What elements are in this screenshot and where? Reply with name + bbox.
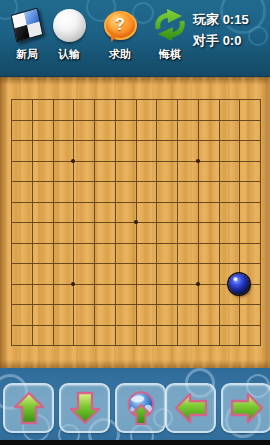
board-cell[interactable] xyxy=(54,100,75,121)
opponent-clock: 对手 0:0 xyxy=(193,30,249,51)
resign-label: 认输 xyxy=(46,47,92,62)
board-cell[interactable] xyxy=(95,305,116,326)
globe-up-arrow-icon xyxy=(123,390,159,426)
board-cell[interactable] xyxy=(33,203,54,224)
board-cell[interactable] xyxy=(74,285,95,306)
board-cell[interactable] xyxy=(178,305,199,326)
board-cell[interactable] xyxy=(220,223,241,244)
undo-label: 悔棋 xyxy=(147,47,193,62)
board-cell[interactable] xyxy=(33,182,54,203)
board-cell[interactable] xyxy=(74,203,95,224)
board-cell[interactable] xyxy=(240,223,261,244)
board-cell[interactable] xyxy=(220,305,241,326)
board-cell[interactable] xyxy=(12,182,33,203)
board-cell[interactable] xyxy=(157,244,178,265)
board-cell[interactable] xyxy=(178,326,199,347)
board-cell[interactable] xyxy=(54,141,75,162)
board-cell[interactable] xyxy=(157,141,178,162)
board-cell[interactable] xyxy=(95,100,116,121)
board-cell[interactable] xyxy=(116,305,137,326)
board-cell[interactable] xyxy=(12,162,33,183)
board-cell[interactable] xyxy=(178,264,199,285)
board-cell[interactable] xyxy=(240,203,261,224)
board-cell[interactable] xyxy=(116,141,137,162)
board-cell[interactable] xyxy=(137,182,158,203)
up-arrow-icon xyxy=(11,390,47,426)
board-cell[interactable] xyxy=(199,244,220,265)
board-cell[interactable] xyxy=(74,223,95,244)
board-cell[interactable] xyxy=(137,141,158,162)
board-cell[interactable] xyxy=(12,264,33,285)
board-cell[interactable] xyxy=(137,264,158,285)
board-cell[interactable] xyxy=(157,264,178,285)
board-cell[interactable] xyxy=(33,100,54,121)
board-cell[interactable] xyxy=(157,162,178,183)
board-cell[interactable] xyxy=(137,244,158,265)
help-button[interactable]: ? 求助 xyxy=(97,5,143,62)
board-cell[interactable] xyxy=(74,121,95,142)
board-cell[interactable] xyxy=(240,100,261,121)
board-cell[interactable] xyxy=(33,264,54,285)
board-cell[interactable] xyxy=(178,244,199,265)
board-cell[interactable] xyxy=(33,223,54,244)
board-cell[interactable] xyxy=(199,100,220,121)
board-cell[interactable] xyxy=(12,326,33,347)
opponent-clock-time: 0:0 xyxy=(223,33,242,48)
board-cell[interactable] xyxy=(220,244,241,265)
board-cell[interactable] xyxy=(240,182,261,203)
board-cell[interactable] xyxy=(116,121,137,142)
board-cell[interactable] xyxy=(137,285,158,306)
board-cell[interactable] xyxy=(54,244,75,265)
board-cell[interactable] xyxy=(137,121,158,142)
resign-button[interactable]: 认输 xyxy=(46,5,92,62)
board-cell[interactable] xyxy=(54,203,75,224)
board-cell[interactable] xyxy=(178,182,199,203)
board-cell[interactable] xyxy=(220,203,241,224)
board-cell[interactable] xyxy=(54,285,75,306)
player-clock: 玩家 0:15 xyxy=(193,9,249,30)
board-cell[interactable] xyxy=(240,264,261,285)
board-cell[interactable] xyxy=(12,285,33,306)
board-cell[interactable] xyxy=(199,162,220,183)
board-cell[interactable] xyxy=(33,244,54,265)
new-game-label: 新局 xyxy=(4,47,50,62)
board-cell[interactable] xyxy=(199,203,220,224)
board-cell[interactable] xyxy=(199,223,220,244)
board-cell[interactable] xyxy=(220,141,241,162)
board-cell[interactable] xyxy=(220,121,241,142)
board-cell[interactable] xyxy=(54,326,75,347)
board-cell[interactable] xyxy=(178,162,199,183)
white-stone-icon xyxy=(53,9,86,42)
board-cell[interactable] xyxy=(74,305,95,326)
board-cell[interactable] xyxy=(116,223,137,244)
board-cell[interactable] xyxy=(137,203,158,224)
board-cell[interactable] xyxy=(220,162,241,183)
board-cell[interactable] xyxy=(33,326,54,347)
board-cell[interactable] xyxy=(95,182,116,203)
board-cell[interactable] xyxy=(157,203,178,224)
board-cell[interactable] xyxy=(137,305,158,326)
board-cell[interactable] xyxy=(74,244,95,265)
board-cell[interactable] xyxy=(240,244,261,265)
board-cell[interactable] xyxy=(12,305,33,326)
player-clock-label: 玩家 xyxy=(193,12,219,27)
board-cell[interactable] xyxy=(95,203,116,224)
go-board xyxy=(0,77,270,368)
board-cell[interactable] xyxy=(157,326,178,347)
board-cell[interactable] xyxy=(74,182,95,203)
undo-button[interactable]: 悔棋 xyxy=(147,5,193,62)
board-cell[interactable] xyxy=(95,264,116,285)
board-cell[interactable] xyxy=(54,182,75,203)
board-cell[interactable] xyxy=(33,162,54,183)
board-cell[interactable] xyxy=(157,100,178,121)
board-cell[interactable] xyxy=(157,182,178,203)
board-cell[interactable] xyxy=(12,100,33,121)
board-cell[interactable] xyxy=(95,121,116,142)
board-cell[interactable] xyxy=(95,223,116,244)
board-cell[interactable] xyxy=(95,162,116,183)
question-glyph: ? xyxy=(115,16,125,34)
board-cell[interactable] xyxy=(178,141,199,162)
board-cell[interactable] xyxy=(12,203,33,224)
board-cell[interactable] xyxy=(157,121,178,142)
question-bubble-icon: ? xyxy=(104,11,137,40)
board-cell[interactable] xyxy=(137,326,158,347)
board-cell[interactable] xyxy=(116,285,137,306)
screen-bottom-edge xyxy=(0,440,270,445)
right-arrow-icon xyxy=(229,390,265,426)
board-cell[interactable] xyxy=(157,305,178,326)
board-cell[interactable] xyxy=(74,326,95,347)
board-cell[interactable] xyxy=(178,100,199,121)
board-cell[interactable] xyxy=(74,141,95,162)
board-cell[interactable] xyxy=(178,203,199,224)
board-cell[interactable] xyxy=(199,121,220,142)
board-cell[interactable] xyxy=(240,305,261,326)
board-cell[interactable] xyxy=(95,244,116,265)
board-cell[interactable] xyxy=(12,121,33,142)
bottom-toolbar xyxy=(0,368,270,445)
board-cube-icon xyxy=(11,7,44,42)
left-arrow-icon xyxy=(173,390,209,426)
app-screen: 新局 认输 ? 求助 悔棋 玩家 xyxy=(0,0,270,445)
board-cell[interactable] xyxy=(116,182,137,203)
board-cell[interactable] xyxy=(116,162,137,183)
down-arrow-icon xyxy=(67,390,103,426)
move-up-button[interactable] xyxy=(3,383,54,433)
board-cell[interactable] xyxy=(33,285,54,306)
move-right-button[interactable] xyxy=(221,383,270,433)
board-cell[interactable] xyxy=(12,244,33,265)
player-clock-time: 0:15 xyxy=(223,12,249,27)
move-left-button[interactable] xyxy=(165,383,216,433)
board-cell[interactable] xyxy=(240,162,261,183)
board-cell[interactable] xyxy=(54,264,75,285)
board-cell[interactable] xyxy=(33,141,54,162)
board-cell[interactable] xyxy=(95,326,116,347)
clock-panel: 玩家 0:15 对手 0:0 xyxy=(193,9,249,51)
globe-button[interactable] xyxy=(115,383,166,433)
board-cell[interactable] xyxy=(116,326,137,347)
board-cell[interactable] xyxy=(116,100,137,121)
board-cell[interactable] xyxy=(95,141,116,162)
board-cell[interactable] xyxy=(199,326,220,347)
board-cell[interactable] xyxy=(74,264,95,285)
board-cell[interactable] xyxy=(240,285,261,306)
board-cell[interactable] xyxy=(157,285,178,306)
board-cell[interactable] xyxy=(178,223,199,244)
board-cell[interactable] xyxy=(12,223,33,244)
board-cell[interactable] xyxy=(33,121,54,142)
board-cell[interactable] xyxy=(240,141,261,162)
board-cell[interactable] xyxy=(116,264,137,285)
board-cell[interactable] xyxy=(178,121,199,142)
new-game-button[interactable]: 新局 xyxy=(4,5,50,62)
board-cell[interactable] xyxy=(220,326,241,347)
board-cell[interactable] xyxy=(220,264,241,285)
board-cell[interactable] xyxy=(54,223,75,244)
board-cell[interactable] xyxy=(74,162,95,183)
board-cell[interactable] xyxy=(116,203,137,224)
board-cell[interactable] xyxy=(33,305,54,326)
move-down-button[interactable] xyxy=(59,383,110,433)
board-cell[interactable] xyxy=(220,285,241,306)
board-cell[interactable] xyxy=(240,121,261,142)
help-label: 求助 xyxy=(97,47,143,62)
board-cell[interactable] xyxy=(12,141,33,162)
board-cell[interactable] xyxy=(199,264,220,285)
board-cell[interactable] xyxy=(137,223,158,244)
board-cell[interactable] xyxy=(54,121,75,142)
board-cell[interactable] xyxy=(116,244,137,265)
top-toolbar: 新局 认输 ? 求助 悔棋 玩家 xyxy=(0,0,270,77)
board-cell[interactable] xyxy=(199,285,220,306)
board-cell[interactable] xyxy=(74,100,95,121)
board-cell[interactable] xyxy=(95,285,116,306)
board-cell[interactable] xyxy=(220,100,241,121)
board-cell[interactable] xyxy=(157,223,178,244)
opponent-clock-label: 对手 xyxy=(193,33,219,48)
board-cell[interactable] xyxy=(54,305,75,326)
board-cell[interactable] xyxy=(178,285,199,306)
board-cell[interactable] xyxy=(137,100,158,121)
board-grid xyxy=(11,99,261,346)
board-cell[interactable] xyxy=(199,305,220,326)
board-cell[interactable] xyxy=(137,162,158,183)
swirl-decoration xyxy=(248,26,268,46)
undo-arrows-icon xyxy=(153,8,187,42)
board-cell[interactable] xyxy=(220,182,241,203)
board-cell[interactable] xyxy=(54,162,75,183)
board-cell[interactable] xyxy=(240,326,261,347)
board-cell[interactable] xyxy=(199,141,220,162)
board-cell[interactable] xyxy=(199,182,220,203)
